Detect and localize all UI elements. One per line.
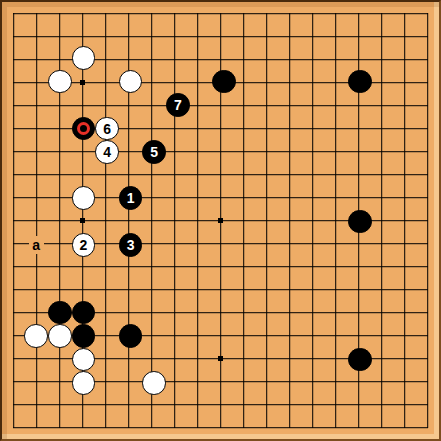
point-label-a: a (29, 236, 44, 254)
black-stone-F11-move-1: 1 (119, 186, 143, 210)
black-stone-D6 (72, 301, 96, 325)
white-stone-D11 (72, 186, 96, 210)
black-stone-H15-move-7: 7 (166, 93, 190, 117)
white-stone-C5 (48, 324, 72, 348)
black-stone-Q10 (348, 210, 372, 234)
black-stone-F9-move-3: 3 (119, 233, 143, 257)
white-stone-G3 (142, 371, 166, 395)
stones-layer: 7645123a (2, 2, 439, 439)
black-stone-Q4 (348, 348, 372, 372)
white-stone-E13-move-4: 4 (95, 140, 119, 164)
red-circle-mark-icon (77, 122, 91, 136)
white-stone-D17 (72, 46, 96, 70)
black-stone-F5 (119, 324, 143, 348)
black-stone-Q16 (348, 70, 372, 94)
black-stone-G13-move-5: 5 (142, 140, 166, 164)
go-board: 7645123a (0, 0, 441, 441)
black-stone-K16 (212, 70, 236, 94)
white-stone-B5 (24, 324, 48, 348)
white-stone-D3 (72, 371, 96, 395)
black-stone-D14-marked (72, 117, 96, 141)
black-stone-D5 (72, 324, 96, 348)
white-stone-C16 (48, 70, 72, 94)
white-stone-F16 (119, 70, 143, 94)
white-stone-E14-move-6: 6 (95, 117, 119, 141)
black-stone-C6 (48, 301, 72, 325)
white-stone-D4 (72, 348, 96, 372)
white-stone-D9-move-2: 2 (72, 233, 96, 257)
